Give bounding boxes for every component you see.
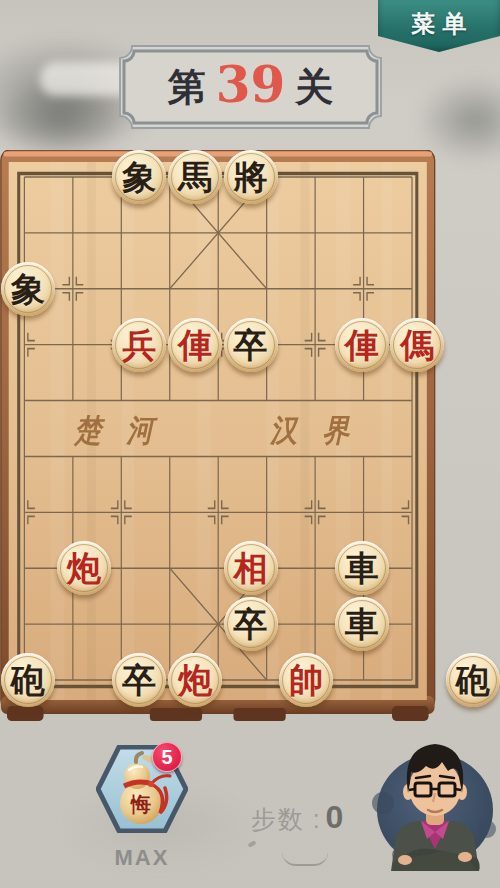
steps-label: 步数: [251, 803, 305, 836]
piece-character: 傌: [400, 328, 434, 362]
undo-count-badge: 5: [152, 742, 182, 772]
piece-character: 象: [11, 272, 45, 306]
black-piece-車[interactable]: 車: [335, 541, 389, 595]
step-counter: 步数 : 0: [222, 799, 372, 836]
red-piece-炮[interactable]: 炮: [57, 541, 111, 595]
red-piece-兵[interactable]: 兵: [112, 318, 166, 372]
piece-character: 帥: [289, 663, 323, 697]
black-piece-卒[interactable]: 卒: [112, 653, 166, 707]
black-piece-象[interactable]: 象: [1, 262, 55, 316]
player-avatar[interactable]: [371, 731, 499, 871]
piece-character: 砲: [11, 663, 45, 697]
piece-character: 馬: [178, 160, 212, 194]
piece-character: 砲: [456, 663, 490, 697]
piece-character: 相: [234, 551, 268, 585]
piece-character: 車: [345, 607, 379, 641]
xiangqi-board[interactable]: 楚 河 汉 界 象馬將象兵俥卒俥傌炮相車卒車砲卒炮帥砲: [0, 150, 500, 724]
undo-count: 5: [161, 746, 172, 769]
level-prefix: 第: [168, 62, 206, 113]
piece-character: 炮: [178, 663, 212, 697]
menu-button-label: 菜单: [378, 8, 500, 40]
red-piece-炮[interactable]: 炮: [168, 653, 222, 707]
piece-character: 車: [345, 551, 379, 585]
undo-character: 悔: [130, 792, 151, 816]
game-screen: 菜单 第 39 关: [0, 0, 500, 888]
red-piece-相[interactable]: 相: [224, 541, 278, 595]
piece-character: 俥: [178, 328, 212, 362]
ink-wash-art: [0, 80, 130, 160]
red-piece-俥[interactable]: 俥: [335, 318, 389, 372]
black-piece-砲[interactable]: 砲: [1, 653, 55, 707]
black-piece-車[interactable]: 車: [335, 597, 389, 651]
piece-character: 卒: [234, 328, 268, 362]
red-piece-傌[interactable]: 傌: [390, 318, 444, 372]
steps-separator: :: [313, 805, 320, 834]
black-piece-卒[interactable]: 卒: [224, 318, 278, 372]
avatar-graphic: [371, 731, 499, 871]
level-number: 39: [216, 60, 286, 110]
level-plaque: 第 39 关: [118, 44, 383, 130]
piece-character: 象: [122, 160, 156, 194]
ink-smudge: [248, 840, 257, 847]
black-piece-將[interactable]: 將: [224, 150, 278, 204]
piece-character: 炮: [67, 551, 101, 585]
level-suffix: 关: [295, 62, 333, 113]
piece-character: 卒: [122, 663, 156, 697]
menu-button[interactable]: 菜单: [378, 0, 500, 52]
black-piece-馬[interactable]: 馬: [168, 150, 222, 204]
piece-character: 將: [234, 160, 268, 194]
black-piece-卒[interactable]: 卒: [224, 597, 278, 651]
undo-max-label: MAX: [96, 845, 188, 871]
piece-character: 兵: [122, 328, 156, 362]
black-piece-砲[interactable]: 砲: [446, 653, 500, 707]
red-piece-帥[interactable]: 帥: [279, 653, 333, 707]
steps-value: 0: [326, 799, 344, 836]
black-piece-象[interactable]: 象: [112, 150, 166, 204]
ink-boat-sketch: [282, 852, 328, 866]
red-piece-俥[interactable]: 俥: [168, 318, 222, 372]
piece-character: 卒: [234, 607, 268, 641]
level-title: 第 39 关: [118, 44, 383, 130]
pieces-layer: 象馬將象兵俥卒俥傌炮相車卒車砲卒炮帥砲: [0, 150, 500, 724]
piece-character: 俥: [345, 328, 379, 362]
